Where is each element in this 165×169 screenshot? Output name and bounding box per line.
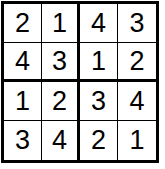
cell-r4c1[interactable]: 3 [4, 121, 42, 160]
cell-r4c3[interactable]: 2 [80, 121, 118, 160]
cell-r3c2[interactable]: 2 [42, 82, 80, 121]
cell-r2c3[interactable]: 1 [80, 43, 118, 82]
cell-r1c2[interactable]: 1 [42, 4, 80, 43]
cell-r3c3[interactable]: 3 [80, 82, 118, 121]
sudoku-board: 2 1 4 3 4 3 1 2 1 2 3 4 3 4 2 1 [1, 1, 159, 163]
cell-r1c1[interactable]: 2 [4, 4, 42, 43]
cell-r2c2[interactable]: 3 [42, 43, 80, 82]
cell-r1c4[interactable]: 3 [118, 4, 156, 43]
cell-r2c4[interactable]: 2 [118, 43, 156, 82]
cell-r4c4[interactable]: 1 [118, 121, 156, 160]
cell-r1c3[interactable]: 4 [80, 4, 118, 43]
cell-r3c4[interactable]: 4 [118, 82, 156, 121]
cell-r3c1[interactable]: 1 [4, 82, 42, 121]
cell-r4c2[interactable]: 4 [42, 121, 80, 160]
cell-r2c1[interactable]: 4 [4, 43, 42, 82]
